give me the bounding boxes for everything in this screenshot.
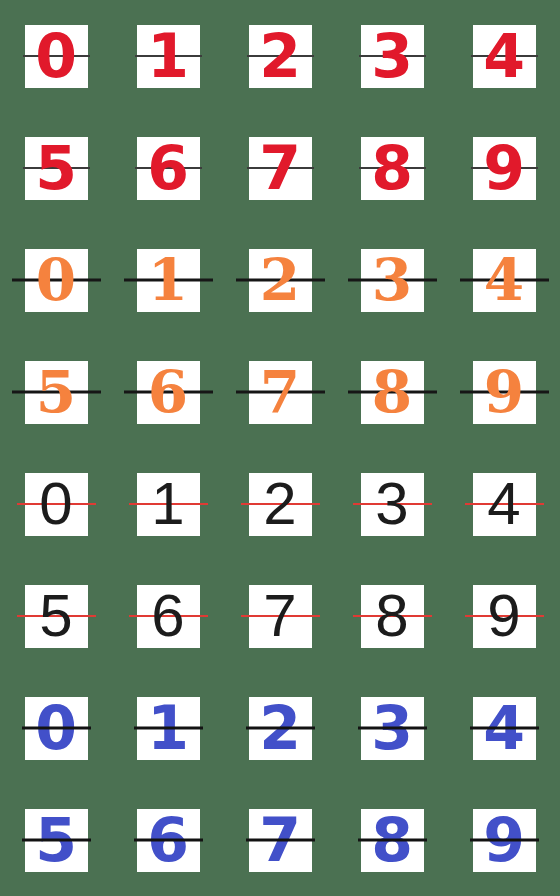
digit-tile-orange-stencil-3[interactable]: 3 (361, 249, 424, 312)
digit-tile-red-bold-4[interactable]: 4 (473, 25, 536, 88)
digit-tile-orange-stencil-8[interactable]: 8 (361, 361, 424, 424)
digit-glyph: 2 (259, 698, 301, 758)
digit-glyph: 6 (148, 363, 188, 421)
digit-tile-black-thin-5[interactable]: 5 (25, 585, 88, 648)
digit-glyph: 5 (35, 810, 77, 870)
digit-tile-black-thin-3[interactable]: 3 (361, 473, 424, 536)
grid-cell: 7 (224, 336, 336, 448)
digit-glyph: 3 (371, 26, 413, 86)
digit-tile-blue-bold-1[interactable]: 1 (137, 697, 200, 760)
digit-glyph: 9 (487, 586, 520, 646)
digit-tile-red-bold-9[interactable]: 9 (473, 137, 536, 200)
digit-tile-blue-bold-5[interactable]: 5 (25, 809, 88, 872)
grid-cell: 8 (336, 784, 448, 896)
digit-tile-orange-stencil-7[interactable]: 7 (249, 361, 312, 424)
emoji-grid: 0123456789012345678901234567890123456789 (0, 0, 560, 896)
digit-glyph: 4 (483, 698, 525, 758)
digit-tile-blue-bold-6[interactable]: 6 (137, 809, 200, 872)
digit-glyph: 8 (371, 138, 413, 198)
grid-cell: 8 (336, 560, 448, 672)
grid-cell: 3 (336, 224, 448, 336)
grid-cell: 2 (224, 224, 336, 336)
grid-cell: 5 (0, 560, 112, 672)
digit-tile-red-bold-7[interactable]: 7 (249, 137, 312, 200)
digit-glyph: 5 (39, 586, 72, 646)
grid-cell: 4 (448, 224, 560, 336)
digit-glyph: 3 (371, 698, 413, 758)
digit-glyph: 6 (147, 810, 189, 870)
digit-glyph: 8 (371, 810, 413, 870)
digit-glyph: 7 (259, 810, 301, 870)
digit-glyph: 7 (263, 586, 296, 646)
digit-glyph: 2 (263, 474, 296, 534)
digit-tile-blue-bold-3[interactable]: 3 (361, 697, 424, 760)
grid-cell: 1 (112, 224, 224, 336)
grid-cell: 3 (336, 0, 448, 112)
digit-glyph: 0 (36, 251, 76, 309)
digit-tile-orange-stencil-0[interactable]: 0 (25, 249, 88, 312)
digit-glyph: 7 (260, 363, 300, 421)
digit-tile-orange-stencil-1[interactable]: 1 (137, 249, 200, 312)
digit-tile-blue-bold-0[interactable]: 0 (25, 697, 88, 760)
grid-cell: 1 (112, 672, 224, 784)
grid-cell: 7 (224, 112, 336, 224)
digit-tile-orange-stencil-9[interactable]: 9 (473, 361, 536, 424)
grid-cell: 2 (224, 672, 336, 784)
grid-cell: 4 (448, 672, 560, 784)
grid-cell: 6 (112, 784, 224, 896)
digit-glyph: 3 (372, 251, 412, 309)
digit-glyph: 5 (35, 138, 77, 198)
digit-glyph: 2 (259, 26, 301, 86)
grid-cell: 0 (0, 0, 112, 112)
digit-tile-orange-stencil-4[interactable]: 4 (473, 249, 536, 312)
digit-glyph: 4 (487, 474, 520, 534)
grid-cell: 9 (448, 784, 560, 896)
digit-glyph: 1 (148, 251, 188, 309)
digit-tile-black-thin-7[interactable]: 7 (249, 585, 312, 648)
grid-cell: 6 (112, 336, 224, 448)
digit-glyph: 6 (151, 586, 184, 646)
digit-glyph: 1 (151, 474, 184, 534)
grid-cell: 3 (336, 672, 448, 784)
digit-glyph: 7 (259, 138, 301, 198)
digit-tile-orange-stencil-2[interactable]: 2 (249, 249, 312, 312)
digit-tile-black-thin-1[interactable]: 1 (137, 473, 200, 536)
digit-tile-red-bold-8[interactable]: 8 (361, 137, 424, 200)
digit-glyph: 6 (147, 138, 189, 198)
digit-tile-black-thin-0[interactable]: 0 (25, 473, 88, 536)
digit-tile-red-bold-0[interactable]: 0 (25, 25, 88, 88)
grid-cell: 3 (336, 448, 448, 560)
digit-tile-red-bold-3[interactable]: 3 (361, 25, 424, 88)
digit-tile-black-thin-8[interactable]: 8 (361, 585, 424, 648)
grid-cell: 9 (448, 112, 560, 224)
digit-glyph: 8 (372, 363, 412, 421)
digit-tile-black-thin-4[interactable]: 4 (473, 473, 536, 536)
digit-glyph: 8 (375, 586, 408, 646)
grid-cell: 8 (336, 112, 448, 224)
digit-tile-blue-bold-4[interactable]: 4 (473, 697, 536, 760)
digit-glyph: 0 (39, 474, 72, 534)
grid-cell: 1 (112, 0, 224, 112)
digit-tile-black-thin-2[interactable]: 2 (249, 473, 312, 536)
digit-tile-blue-bold-7[interactable]: 7 (249, 809, 312, 872)
digit-glyph: 0 (35, 26, 77, 86)
grid-cell: 5 (0, 336, 112, 448)
digit-tile-red-bold-5[interactable]: 5 (25, 137, 88, 200)
grid-cell: 4 (448, 448, 560, 560)
digit-glyph: 9 (483, 138, 525, 198)
grid-cell: 0 (0, 448, 112, 560)
grid-cell: 2 (224, 448, 336, 560)
digit-glyph: 4 (484, 251, 524, 309)
digit-glyph: 4 (483, 26, 525, 86)
digit-tile-red-bold-2[interactable]: 2 (249, 25, 312, 88)
digit-glyph: 0 (35, 698, 77, 758)
grid-cell: 5 (0, 784, 112, 896)
digit-tile-orange-stencil-5[interactable]: 5 (25, 361, 88, 424)
digit-glyph: 5 (36, 363, 76, 421)
grid-cell: 7 (224, 784, 336, 896)
digit-tile-red-bold-6[interactable]: 6 (137, 137, 200, 200)
grid-cell: 6 (112, 112, 224, 224)
digit-tile-black-thin-6[interactable]: 6 (137, 585, 200, 648)
digit-tile-blue-bold-2[interactable]: 2 (249, 697, 312, 760)
digit-glyph: 1 (147, 698, 189, 758)
grid-cell: 7 (224, 560, 336, 672)
grid-cell: 2 (224, 0, 336, 112)
grid-cell: 4 (448, 0, 560, 112)
grid-cell: 1 (112, 448, 224, 560)
digit-tile-red-bold-1[interactable]: 1 (137, 25, 200, 88)
grid-cell: 5 (0, 112, 112, 224)
grid-cell: 9 (448, 336, 560, 448)
grid-cell: 8 (336, 336, 448, 448)
grid-cell: 6 (112, 560, 224, 672)
digit-glyph: 9 (483, 810, 525, 870)
digit-tile-black-thin-9[interactable]: 9 (473, 585, 536, 648)
digit-tile-blue-bold-9[interactable]: 9 (473, 809, 536, 872)
digit-tile-orange-stencil-6[interactable]: 6 (137, 361, 200, 424)
digit-glyph: 2 (260, 251, 300, 309)
digit-tile-blue-bold-8[interactable]: 8 (361, 809, 424, 872)
digit-glyph: 9 (484, 363, 524, 421)
grid-cell: 9 (448, 560, 560, 672)
grid-cell: 0 (0, 224, 112, 336)
digit-glyph: 1 (147, 26, 189, 86)
grid-cell: 0 (0, 672, 112, 784)
digit-glyph: 3 (375, 474, 408, 534)
